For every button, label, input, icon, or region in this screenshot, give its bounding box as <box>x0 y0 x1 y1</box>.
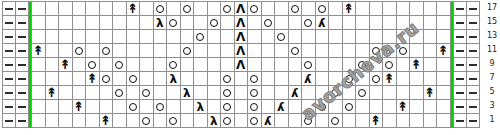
chart-grid: ↟Λ↟λΛλΛ↟Λ↟↟Λ↟↟λλ↟↟λλ↟↟λλ↟↟λλ↟ <box>2 1 480 128</box>
chart-cell <box>140 114 154 128</box>
chart-cell <box>437 16 451 30</box>
edge-cell <box>3 72 16 86</box>
chart-cell: ↟ <box>410 58 424 72</box>
chart-cell: λ <box>302 72 316 86</box>
chart-cell <box>248 100 262 114</box>
chart-cell <box>46 72 60 86</box>
triple-decrease-icon: Λ <box>236 59 245 71</box>
chart-cell <box>59 30 73 44</box>
chart-cell <box>221 86 235 100</box>
chart-cell <box>262 44 276 58</box>
row-number: 15 <box>484 15 500 29</box>
chart-cell <box>140 58 154 72</box>
chart-cell <box>370 72 384 86</box>
purl-dash-icon <box>456 36 464 38</box>
chart-cell <box>221 44 235 58</box>
chart-cell <box>410 114 424 128</box>
chart-cell <box>410 30 424 44</box>
chart-cell <box>302 30 316 44</box>
chart-cell <box>356 114 370 128</box>
chart-cell <box>262 58 276 72</box>
yarn-over-icon <box>102 75 110 83</box>
chart-cell <box>73 2 87 16</box>
chart-cell <box>86 100 100 114</box>
chart-cell <box>208 86 222 100</box>
chart-cell <box>410 86 424 100</box>
purl-dash-icon <box>469 22 477 24</box>
chart-cell <box>397 30 411 44</box>
edge-cell <box>467 44 480 58</box>
arrow-decrease-icon: ↟ <box>384 72 395 85</box>
purl-dash-icon <box>456 106 464 108</box>
yarn-over-icon <box>142 117 150 125</box>
chart-cell <box>356 30 370 44</box>
chart-cell <box>73 72 87 86</box>
edge-cell <box>16 2 29 16</box>
chart-cell <box>329 44 343 58</box>
arrow-decrease-icon: ↟ <box>424 86 435 99</box>
chart-cell <box>208 2 222 16</box>
chart-cell <box>140 100 154 114</box>
chart-cell: λ <box>167 72 181 86</box>
yarn-over-icon <box>129 103 137 111</box>
yarn-over-icon <box>264 19 272 27</box>
yarn-over-icon <box>223 89 231 97</box>
chart-cell <box>46 58 60 72</box>
chart-cell <box>140 2 154 16</box>
chart-cell <box>316 114 330 128</box>
chart-cell <box>32 114 46 128</box>
chart-cell <box>410 16 424 30</box>
chart-cell <box>32 16 46 30</box>
triple-decrease-icon: Λ <box>236 45 245 57</box>
chart-cell <box>167 44 181 58</box>
row-number: 7 <box>484 71 500 85</box>
chart-cell <box>194 44 208 58</box>
edge-cell <box>16 86 29 100</box>
chart-cell <box>167 100 181 114</box>
chart-cell <box>167 30 181 44</box>
purl-dash-icon <box>5 36 13 38</box>
chart-cell: λ <box>208 114 222 128</box>
chart-cell: λ <box>262 114 276 128</box>
chart-cell <box>208 58 222 72</box>
chart-cell <box>410 2 424 16</box>
arrow-decrease-icon: ↟ <box>370 114 381 127</box>
edge-cell <box>467 72 480 86</box>
chart-cell <box>127 86 141 100</box>
triple-decrease-icon: Λ <box>236 3 245 15</box>
edge-cell <box>454 100 467 114</box>
purl-dash-icon <box>469 78 477 80</box>
yarn-over-icon <box>399 47 407 55</box>
chart-cell <box>302 100 316 114</box>
purl-dash-icon <box>18 106 26 108</box>
chart-cell <box>194 30 208 44</box>
row-number: 1 <box>484 113 500 127</box>
chart-cell <box>86 30 100 44</box>
chart-cell <box>100 44 114 58</box>
chart-cell <box>302 114 316 128</box>
chart-cell <box>181 114 195 128</box>
chart-cell <box>356 58 370 72</box>
chart-cell <box>59 44 73 58</box>
chart-cell <box>329 86 343 100</box>
chart-cell <box>343 72 357 86</box>
yarn-over-icon <box>75 47 83 55</box>
chart-cell <box>235 72 249 86</box>
chart-cell <box>383 44 397 58</box>
chart-cell <box>86 44 100 58</box>
chart-cell <box>100 100 114 114</box>
chart-cell <box>424 100 438 114</box>
purl-dash-icon <box>469 106 477 108</box>
edge-cell <box>467 2 480 16</box>
chart-cell <box>73 58 87 72</box>
chart-cell <box>424 58 438 72</box>
chart-cell <box>275 58 289 72</box>
edge-cell <box>16 16 29 30</box>
chart-cell <box>32 30 46 44</box>
chart-cell <box>86 114 100 128</box>
chart-cell <box>275 30 289 44</box>
chart-cell: λ <box>289 86 303 100</box>
chart-cell <box>73 30 87 44</box>
edge-cell <box>3 30 16 44</box>
chart-cell <box>100 58 114 72</box>
chart-cell <box>248 30 262 44</box>
yarn-over-icon <box>129 75 137 83</box>
chart-cell <box>113 2 127 16</box>
edge-cell <box>3 58 16 72</box>
chart-cell <box>235 100 249 114</box>
chart-cell: λ <box>194 100 208 114</box>
purl-dash-icon <box>469 36 477 38</box>
chart-cell <box>397 72 411 86</box>
chart-cell: λ <box>181 86 195 100</box>
chart-cell <box>316 44 330 58</box>
arrow-decrease-icon: ↟ <box>33 44 44 57</box>
edge-cell <box>454 44 467 58</box>
chart-cell <box>316 30 330 44</box>
chart-cell <box>424 2 438 16</box>
chart-cell <box>289 114 303 128</box>
chart-cell <box>289 30 303 44</box>
yarn-over-icon <box>223 75 231 83</box>
chart-cell <box>356 86 370 100</box>
chart-cell <box>275 44 289 58</box>
row-number-column: 1715131197531 <box>484 1 500 127</box>
chart-cell <box>140 86 154 100</box>
chart-cell <box>397 16 411 30</box>
chart-cell <box>113 44 127 58</box>
chart-cell <box>302 86 316 100</box>
purl-dash-icon <box>18 50 26 52</box>
edge-cell <box>467 16 480 30</box>
chart-cell <box>221 2 235 16</box>
chart-cell <box>289 72 303 86</box>
chart-cell <box>329 72 343 86</box>
chart-cell <box>437 72 451 86</box>
chart-cell <box>59 100 73 114</box>
yarn-over-icon <box>196 33 204 41</box>
chart-cell <box>370 30 384 44</box>
arrow-decrease-icon: ↟ <box>397 100 408 113</box>
chart-cell <box>248 44 262 58</box>
chart-cell <box>397 86 411 100</box>
purl-dash-icon <box>469 50 477 52</box>
chart-cell <box>437 114 451 128</box>
chart-cell <box>262 86 276 100</box>
row-number: 9 <box>484 57 500 71</box>
edge-cell <box>3 16 16 30</box>
yarn-over-icon <box>223 5 231 13</box>
chart-cell <box>154 2 168 16</box>
chart-cell <box>127 30 141 44</box>
purl-dash-icon <box>469 120 477 122</box>
chart-cell <box>46 100 60 114</box>
chart-cell <box>343 114 357 128</box>
chart-cell <box>208 16 222 30</box>
chart-cell <box>140 16 154 30</box>
chart-cell <box>316 58 330 72</box>
chart-cell <box>370 16 384 30</box>
chart-cell <box>437 30 451 44</box>
edge-cell <box>454 2 467 16</box>
yarn-over-icon <box>304 61 312 69</box>
chart-cell <box>343 16 357 30</box>
chart-cell <box>221 100 235 114</box>
chart-cell <box>154 86 168 100</box>
yarn-over-icon <box>372 75 380 83</box>
purl-dash-icon <box>456 22 464 24</box>
chart-cell <box>275 72 289 86</box>
purl-dash-icon <box>456 50 464 52</box>
triple-decrease-icon: Λ <box>236 31 245 43</box>
chart-cell <box>343 44 357 58</box>
chart-cell <box>167 16 181 30</box>
chart-cell <box>127 44 141 58</box>
yarn-over-icon <box>291 5 299 13</box>
chart-cell: ↟ <box>397 100 411 114</box>
chart-cell <box>383 86 397 100</box>
yarn-over-icon <box>102 47 110 55</box>
edge-cell <box>454 114 467 128</box>
chart-cell: ↟ <box>46 86 60 100</box>
edge-cell <box>16 44 29 58</box>
chart-cell <box>167 2 181 16</box>
chart-cell <box>59 2 73 16</box>
chart-cell <box>289 2 303 16</box>
chart-cell <box>316 72 330 86</box>
chart-cell <box>437 2 451 16</box>
left-decrease-icon: λ <box>156 17 164 29</box>
chart-cell <box>181 100 195 114</box>
edge-cell <box>3 100 16 114</box>
yarn-over-icon <box>183 47 191 55</box>
chart-cell <box>32 100 46 114</box>
chart-cell <box>194 72 208 86</box>
chart-cell <box>59 114 73 128</box>
right-decrease-icon: λ <box>277 101 285 113</box>
row-number: 17 <box>484 1 500 15</box>
purl-dash-icon <box>469 8 477 10</box>
yarn-over-icon <box>115 89 123 97</box>
yarn-over-icon <box>156 5 164 13</box>
chart-cell <box>383 100 397 114</box>
yarn-over-icon <box>169 61 177 69</box>
chart-cell <box>140 44 154 58</box>
chart-cell <box>113 30 127 44</box>
chart-cell <box>181 2 195 16</box>
chart-cell <box>167 86 181 100</box>
chart-cell <box>437 86 451 100</box>
chart-cell <box>154 114 168 128</box>
yarn-over-icon <box>250 117 258 125</box>
edge-cell <box>16 100 29 114</box>
chart-cell <box>235 114 249 128</box>
chart-cell <box>383 114 397 128</box>
chart-cell: λ <box>316 16 330 30</box>
purl-dash-icon <box>5 78 13 80</box>
chart-cell <box>32 86 46 100</box>
left-decrease-icon: λ <box>196 101 204 113</box>
chart-cell <box>221 16 235 30</box>
chart-cell <box>46 30 60 44</box>
chart-cell: ↟ <box>383 72 397 86</box>
chart-cell <box>208 30 222 44</box>
yarn-over-icon <box>142 89 150 97</box>
chart-cell <box>59 16 73 30</box>
chart-cell <box>356 2 370 16</box>
chart-cell <box>127 72 141 86</box>
arrow-decrease-icon: ↟ <box>343 2 354 15</box>
edge-cell <box>16 114 29 128</box>
chart-cell <box>289 100 303 114</box>
chart-cell <box>343 100 357 114</box>
chart-cell <box>208 44 222 58</box>
purl-dash-icon <box>5 106 13 108</box>
chart-cell <box>410 100 424 114</box>
edge-cell <box>467 58 480 72</box>
chart-cell: Λ <box>235 30 249 44</box>
chart-cell <box>46 2 60 16</box>
chart-cell: ↟ <box>100 114 114 128</box>
chart-cell <box>262 2 276 16</box>
chart-cell <box>424 44 438 58</box>
yarn-over-icon <box>331 117 339 125</box>
chart-cell <box>356 44 370 58</box>
chart-cell <box>32 58 46 72</box>
chart-cell <box>275 86 289 100</box>
chart-cell <box>370 2 384 16</box>
chart-cell <box>370 44 384 58</box>
chart-cell <box>86 16 100 30</box>
chart-cell <box>194 2 208 16</box>
right-decrease-icon: λ <box>304 73 312 85</box>
chart-cell <box>181 30 195 44</box>
purl-dash-icon <box>18 36 26 38</box>
chart-cell <box>181 16 195 30</box>
row-number: 5 <box>484 85 500 99</box>
purl-dash-icon <box>5 8 13 10</box>
chart-cell <box>329 100 343 114</box>
chart-cell <box>397 44 411 58</box>
purl-dash-icon <box>456 120 464 122</box>
right-decrease-icon: λ <box>264 115 272 127</box>
chart-cell <box>100 86 114 100</box>
chart-cell: ↟ <box>73 100 87 114</box>
purl-dash-icon <box>18 120 26 122</box>
chart-cell <box>329 58 343 72</box>
chart-cell <box>181 44 195 58</box>
yarn-over-icon <box>250 5 258 13</box>
edge-cell <box>467 114 480 128</box>
chart-cell <box>154 58 168 72</box>
chart-cell <box>343 30 357 44</box>
chart-cell: Λ <box>235 58 249 72</box>
chart-cell <box>329 16 343 30</box>
edge-cell <box>3 44 16 58</box>
chart-cell <box>73 44 87 58</box>
purl-dash-icon <box>5 22 13 24</box>
chart-cell: ↟ <box>32 44 46 58</box>
purl-dash-icon <box>5 64 13 66</box>
chart-cell <box>370 58 384 72</box>
chart-cell <box>181 58 195 72</box>
chart-cell <box>194 58 208 72</box>
chart-cell <box>86 58 100 72</box>
chart-cell <box>302 58 316 72</box>
chart-cell <box>167 58 181 72</box>
yarn-over-icon <box>345 103 353 111</box>
edge-cell <box>16 30 29 44</box>
chart-cell <box>73 114 87 128</box>
yarn-over-icon <box>385 61 393 69</box>
purl-dash-icon <box>469 92 477 94</box>
yarn-over-icon <box>358 61 366 69</box>
chart-cell <box>100 30 114 44</box>
chart-cell <box>410 72 424 86</box>
purl-dash-icon <box>18 92 26 94</box>
chart-cell <box>316 86 330 100</box>
chart-cell <box>437 100 451 114</box>
yarn-over-icon <box>291 47 299 55</box>
chart-cell <box>127 16 141 30</box>
chart-cell <box>383 58 397 72</box>
chart-cell <box>113 114 127 128</box>
chart-cell <box>221 72 235 86</box>
chart-cell <box>154 30 168 44</box>
chart-cell <box>248 114 262 128</box>
purl-dash-icon <box>456 92 464 94</box>
yarn-over-icon <box>345 75 353 83</box>
chart-cell: ↟ <box>437 44 451 58</box>
edge-cell <box>454 30 467 44</box>
purl-dash-icon <box>456 8 464 10</box>
right-decrease-icon: λ <box>318 17 326 29</box>
chart-cell <box>194 114 208 128</box>
yarn-over-icon <box>277 33 285 41</box>
chart-cell <box>262 100 276 114</box>
arrow-decrease-icon: ↟ <box>73 100 84 113</box>
chart-cell <box>397 58 411 72</box>
chart-cell <box>370 100 384 114</box>
row-number: 13 <box>484 29 500 43</box>
chart-cell <box>113 72 127 86</box>
arrow-decrease-icon: ↟ <box>100 114 111 127</box>
purl-dash-icon <box>18 8 26 10</box>
